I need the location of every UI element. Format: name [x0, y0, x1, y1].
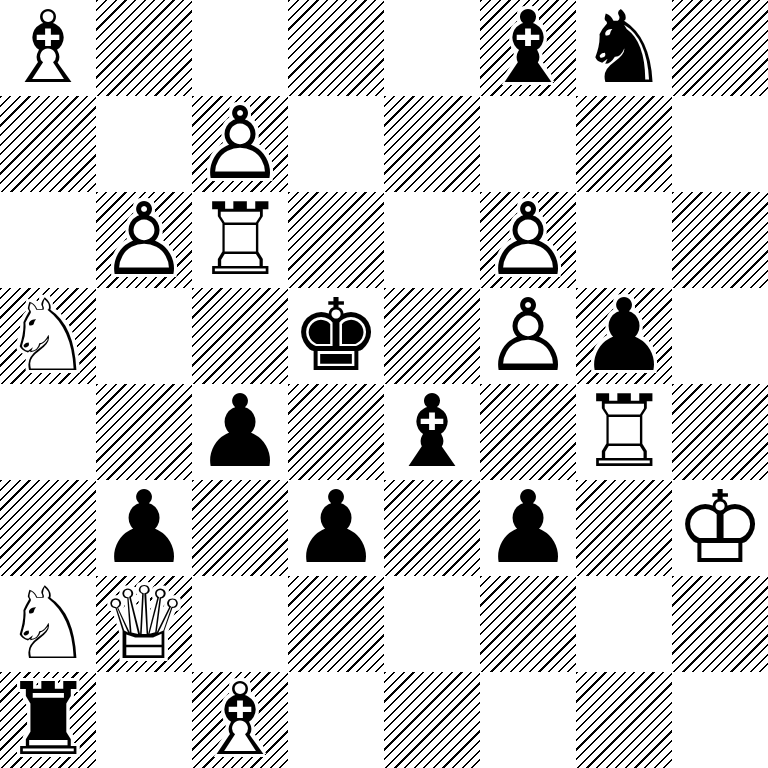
- square-e8[interactable]: [384, 0, 480, 96]
- black-pawn: ♟♟: [288, 480, 384, 576]
- square-b7[interactable]: [96, 96, 192, 192]
- white-king: ♚♔: [672, 480, 768, 576]
- square-g2[interactable]: [576, 576, 672, 672]
- square-h1[interactable]: [672, 672, 768, 768]
- piece-halo: ♟: [96, 192, 192, 288]
- black-rook: ♜♜: [0, 672, 96, 768]
- square-c2[interactable]: [192, 576, 288, 672]
- square-e6[interactable]: [384, 192, 480, 288]
- square-d5[interactable]: ♚♚: [288, 288, 384, 384]
- piece-halo: ♟: [192, 384, 288, 480]
- black-pawn-glyph: ♟: [96, 480, 192, 576]
- piece-halo: ♟: [480, 480, 576, 576]
- square-g6[interactable]: [576, 192, 672, 288]
- square-h2[interactable]: [672, 576, 768, 672]
- black-bishop: ♝♝: [384, 384, 480, 480]
- square-c5[interactable]: [192, 288, 288, 384]
- square-a1[interactable]: ♜♜: [0, 672, 96, 768]
- chess-board: ♝♗♝♝♞♞♟♙♟♙♜♖♟♙♞♘♚♚♟♙♟♟♟♟♝♝♜♖♟♟♟♟♟♟♚♔♞♘♛♕…: [0, 0, 768, 768]
- square-h3[interactable]: ♚♔: [672, 480, 768, 576]
- white-pawn-glyph: ♙: [192, 96, 288, 192]
- square-h6[interactable]: [672, 192, 768, 288]
- square-a8[interactable]: ♝♗: [0, 0, 96, 96]
- white-bishop: ♝♗: [0, 0, 96, 96]
- white-pawn: ♟♙: [480, 288, 576, 384]
- white-bishop-glyph: ♗: [192, 672, 288, 768]
- black-bishop-glyph: ♝: [384, 384, 480, 480]
- square-e2[interactable]: [384, 576, 480, 672]
- piece-halo: ♚: [672, 480, 768, 576]
- black-knight: ♞♞: [576, 0, 672, 96]
- square-g4[interactable]: ♜♖: [576, 384, 672, 480]
- square-f2[interactable]: [480, 576, 576, 672]
- white-pawn-glyph: ♙: [480, 192, 576, 288]
- black-pawn-glyph: ♟: [288, 480, 384, 576]
- piece-halo: ♟: [96, 480, 192, 576]
- black-king-glyph: ♚: [288, 288, 384, 384]
- white-pawn: ♟♙: [96, 192, 192, 288]
- square-a6[interactable]: [0, 192, 96, 288]
- square-d6[interactable]: [288, 192, 384, 288]
- black-pawn: ♟♟: [96, 480, 192, 576]
- black-pawn-glyph: ♟: [480, 480, 576, 576]
- black-pawn: ♟♟: [192, 384, 288, 480]
- square-b6[interactable]: ♟♙: [96, 192, 192, 288]
- piece-halo: ♜: [0, 672, 96, 768]
- piece-halo: ♟: [480, 192, 576, 288]
- white-knight: ♞♘: [0, 576, 96, 672]
- square-f4[interactable]: [480, 384, 576, 480]
- square-h7[interactable]: [672, 96, 768, 192]
- square-c1[interactable]: ♝♗: [192, 672, 288, 768]
- white-queen: ♛♕: [96, 576, 192, 672]
- square-f6[interactable]: ♟♙: [480, 192, 576, 288]
- white-pawn: ♟♙: [480, 192, 576, 288]
- white-pawn-glyph: ♙: [96, 192, 192, 288]
- black-pawn-glyph: ♟: [576, 288, 672, 384]
- white-bishop: ♝♗: [192, 672, 288, 768]
- black-bishop-glyph: ♝: [480, 0, 576, 96]
- square-g5[interactable]: ♟♟: [576, 288, 672, 384]
- piece-halo: ♟: [480, 288, 576, 384]
- square-g1[interactable]: [576, 672, 672, 768]
- square-a7[interactable]: [0, 96, 96, 192]
- square-h8[interactable]: [672, 0, 768, 96]
- square-d7[interactable]: [288, 96, 384, 192]
- white-queen-glyph: ♕: [96, 576, 192, 672]
- square-c7[interactable]: ♟♙: [192, 96, 288, 192]
- square-f5[interactable]: ♟♙: [480, 288, 576, 384]
- black-pawn: ♟♟: [480, 480, 576, 576]
- square-b4[interactable]: [96, 384, 192, 480]
- piece-halo: ♜: [192, 192, 288, 288]
- square-b3[interactable]: ♟♟: [96, 480, 192, 576]
- black-pawn-glyph: ♟: [192, 384, 288, 480]
- black-rook-glyph: ♜: [0, 672, 96, 768]
- white-pawn-glyph: ♙: [480, 288, 576, 384]
- white-rook-glyph: ♖: [192, 192, 288, 288]
- white-rook-glyph: ♖: [576, 384, 672, 480]
- piece-halo: ♟: [192, 96, 288, 192]
- square-b1[interactable]: [96, 672, 192, 768]
- square-c8[interactable]: [192, 0, 288, 96]
- square-d3[interactable]: ♟♟: [288, 480, 384, 576]
- black-king: ♚♚: [288, 288, 384, 384]
- square-a4[interactable]: [0, 384, 96, 480]
- white-rook: ♜♖: [576, 384, 672, 480]
- white-knight-glyph: ♘: [0, 288, 96, 384]
- square-d8[interactable]: [288, 0, 384, 96]
- piece-halo: ♞: [0, 576, 96, 672]
- square-a5[interactable]: ♞♘: [0, 288, 96, 384]
- piece-halo: ♞: [576, 0, 672, 96]
- black-bishop: ♝♝: [480, 0, 576, 96]
- square-f3[interactable]: ♟♟: [480, 480, 576, 576]
- square-b2[interactable]: ♛♕: [96, 576, 192, 672]
- black-pawn: ♟♟: [576, 288, 672, 384]
- piece-halo: ♞: [0, 288, 96, 384]
- piece-halo: ♝: [384, 384, 480, 480]
- piece-halo: ♜: [576, 384, 672, 480]
- piece-halo: ♝: [192, 672, 288, 768]
- square-f8[interactable]: ♝♝: [480, 0, 576, 96]
- black-knight-glyph: ♞: [576, 0, 672, 96]
- white-pawn: ♟♙: [192, 96, 288, 192]
- square-h4[interactable]: [672, 384, 768, 480]
- square-e1[interactable]: [384, 672, 480, 768]
- piece-halo: ♟: [288, 480, 384, 576]
- white-king-glyph: ♔: [672, 480, 768, 576]
- square-e4[interactable]: ♝♝: [384, 384, 480, 480]
- square-b8[interactable]: [96, 0, 192, 96]
- square-f1[interactable]: [480, 672, 576, 768]
- square-a3[interactable]: [0, 480, 96, 576]
- square-c3[interactable]: [192, 480, 288, 576]
- piece-halo: ♟: [576, 288, 672, 384]
- white-rook: ♜♖: [192, 192, 288, 288]
- square-d1[interactable]: [288, 672, 384, 768]
- white-knight: ♞♘: [0, 288, 96, 384]
- piece-halo: ♚: [288, 288, 384, 384]
- square-g3[interactable]: [576, 480, 672, 576]
- white-bishop-glyph: ♗: [0, 0, 96, 96]
- square-d2[interactable]: [288, 576, 384, 672]
- square-a2[interactable]: ♞♘: [0, 576, 96, 672]
- square-c4[interactable]: ♟♟: [192, 384, 288, 480]
- white-knight-glyph: ♘: [0, 576, 96, 672]
- square-e5[interactable]: [384, 288, 480, 384]
- square-g8[interactable]: ♞♞: [576, 0, 672, 96]
- square-e7[interactable]: [384, 96, 480, 192]
- square-c6[interactable]: ♜♖: [192, 192, 288, 288]
- square-h5[interactable]: [672, 288, 768, 384]
- square-b5[interactable]: [96, 288, 192, 384]
- square-g7[interactable]: [576, 96, 672, 192]
- square-d4[interactable]: [288, 384, 384, 480]
- square-f7[interactable]: [480, 96, 576, 192]
- piece-halo: ♝: [0, 0, 96, 96]
- piece-halo: ♝: [480, 0, 576, 96]
- square-e3[interactable]: [384, 480, 480, 576]
- piece-halo: ♛: [96, 576, 192, 672]
